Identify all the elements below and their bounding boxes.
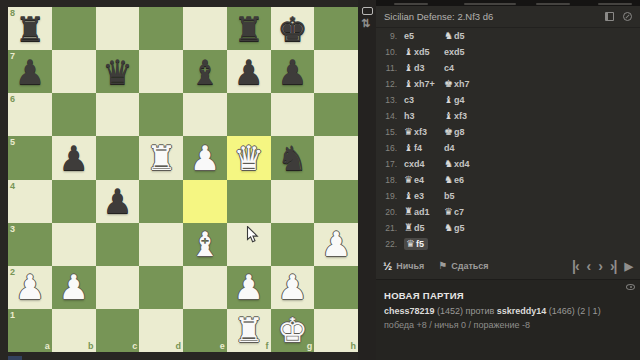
square-f5[interactable]: ♛ [227,136,271,179]
white-pawn-e5[interactable]: ♟ [190,141,220,175]
move-list[interactable]: 9.e5♞d510.♝xd5exd511.♝d3c412.♝xh7+♚xh713… [376,28,640,252]
white-move[interactable]: e5 [404,31,444,41]
tab-remnant [464,3,516,5]
resign-flag-icon[interactable]: ⚑ [438,261,447,271]
square-g2[interactable]: ♟ [271,266,315,309]
square-g4[interactable] [271,180,315,223]
black-rating: (1466) [546,306,577,316]
square-d1[interactable]: d [139,309,183,352]
file-label-c: c [132,342,137,351]
square-b3[interactable] [52,223,96,266]
black-pawn-c4[interactable]: ♟ [102,184,132,218]
square-e5[interactable]: ♟ [183,136,227,179]
square-h7[interactable] [314,50,358,93]
move-row: 11.♝d3c4 [376,60,640,76]
square-h2[interactable] [314,266,358,309]
move-number: 14. [383,111,397,121]
black-pawn-a7[interactable]: ♟ [15,55,45,89]
rank-label-5: 5 [10,138,15,147]
square-f6[interactable] [227,93,271,136]
black-move[interactable]: ♞xd4 [444,159,469,169]
square-e6[interactable] [183,93,227,136]
square-e1[interactable]: e [183,309,227,352]
figurine-knight-icon: ♞ [444,223,453,233]
square-g1[interactable]: g♚ [271,309,315,352]
black-move[interactable]: ♞d5 [444,31,464,41]
explorer-icon[interactable] [623,12,632,21]
square-b2[interactable]: ♟ [52,266,96,309]
black-move[interactable]: ♝g4 [444,95,464,105]
move-number: 15. [383,127,397,137]
square-e3[interactable]: ♝ [183,223,227,266]
rank-label-8: 8 [10,9,15,18]
white-move[interactable]: ♛e4 [404,175,444,185]
move-row: 20.♜ad1♛c7 [376,204,640,220]
white-move[interactable]: ♜ad1 [404,207,444,217]
move-row: 21.♜d5♞g5 [376,220,640,236]
square-g7[interactable]: ♟ [271,50,315,93]
play-button[interactable]: ▶ [625,261,633,272]
white-pawn-g2[interactable]: ♟ [277,270,307,304]
rank-label-7: 7 [10,52,15,61]
move-number: 19. [383,191,397,201]
game-controls-bar: ½ Ничья ⚑ Сдаться |‹‹››|▶ [376,252,640,280]
black-move[interactable]: ♚g8 [444,127,464,137]
figurine-queen-icon: ♛ [444,207,453,217]
square-g8[interactable]: ♚ [271,7,315,50]
square-b1[interactable]: b [52,309,96,352]
file-label-g: g [307,342,313,351]
black-move[interactable]: ♚xh7 [444,79,469,89]
black-rook-f8[interactable]: ♜ [233,12,263,46]
file-label-d: d [176,342,182,351]
moves-panel: Sicilian Defense: 2.Nf3 d6 9.e5♞d510.♝xd… [376,0,640,360]
move-row: 10.♝xd5exd5 [376,44,640,60]
white-move[interactable]: ♝f4 [404,143,444,153]
square-d2[interactable] [139,266,183,309]
square-a5[interactable]: 5 [8,136,52,179]
rank-label-1: 1 [10,311,15,320]
square-b6[interactable] [52,93,96,136]
figurine-king-icon: ♚ [444,127,453,137]
white-rook-f1[interactable]: ♜ [233,313,263,347]
white-move[interactable]: cxd4 [404,159,444,169]
go-start-button[interactable]: |‹ [572,259,579,273]
figurine-bishop-icon: ♝ [404,79,413,89]
tab-remnant [536,3,570,5]
move-number: 20. [383,207,397,217]
move-row: 13.c3♝g4 [376,92,640,108]
white-pawn-b2[interactable]: ♟ [58,270,88,304]
square-h6[interactable] [314,93,358,136]
black-bishop-e7[interactable]: ♝ [190,55,220,89]
square-d4[interactable] [139,180,183,223]
figurine-king-icon: ♚ [444,79,453,89]
black-move[interactable]: b5 [444,191,455,201]
figurine-queen-icon: ♛ [404,175,413,185]
black-king-g8[interactable]: ♚ [277,12,307,46]
white-pawn-h3[interactable]: ♟ [321,227,351,261]
forward-button[interactable]: › [598,259,602,273]
theater-mode-icon[interactable] [362,7,373,15]
square-e4[interactable] [183,180,227,223]
square-c1[interactable]: c [96,309,140,352]
move-row: 14.h3♝xf3 [376,108,640,124]
vs-label: против [466,306,495,316]
move-number: 13. [383,95,397,105]
move-row: 18.♛e4♞e6 [376,172,640,188]
white-move[interactable]: ♛f5 [404,238,444,250]
black-move[interactable]: c4 [444,63,454,73]
black-knight-g5[interactable]: ♞ [277,141,307,175]
square-h3[interactable]: ♟ [314,223,358,266]
new-game-panel: НОВАЯ ПАРТИЯ chess78219 (1452) против ss… [376,280,640,360]
square-a6[interactable]: 6 [8,93,52,136]
move-row: 15.♛xf3♚g8 [376,124,640,140]
square-e7[interactable]: ♝ [183,50,227,93]
white-rook-d5[interactable]: ♜ [146,141,176,175]
file-label-f: f [266,342,269,351]
figurine-knight-icon: ♞ [444,159,453,169]
square-b7[interactable] [52,50,96,93]
move-number: 16. [383,143,397,153]
white-move[interactable]: ♛xf3 [404,127,444,137]
white-move[interactable]: ♝xd5 [404,47,444,57]
file-label-h: h [351,342,357,351]
figurine-bishop-icon: ♝ [444,111,453,121]
square-c6[interactable] [96,93,140,136]
players-line: chess78219 (1452) против sskreddy14 (146… [384,306,632,316]
move-row: 19.♝e3b5 [376,188,640,204]
square-f8[interactable]: ♜ [227,7,271,50]
square-d7[interactable] [139,50,183,93]
white-king-g1[interactable]: ♚ [277,313,307,347]
white-rating: (1452) [435,306,466,316]
square-d8[interactable] [139,7,183,50]
square-g5[interactable]: ♞ [271,136,315,179]
black-pawn-b5[interactable]: ♟ [58,141,88,175]
white-move[interactable]: ♜d5 [404,223,444,233]
move-number: 12. [383,79,397,89]
square-c3[interactable] [96,223,140,266]
square-e2[interactable] [183,266,227,309]
move-number: 18. [383,175,397,185]
square-d5[interactable]: ♜ [139,136,183,179]
black-pawn-g7[interactable]: ♟ [277,55,307,89]
move-number: 9. [383,31,397,41]
black-move[interactable]: ♞e6 [444,175,464,185]
square-d6[interactable] [139,93,183,136]
rank-label-3: 3 [10,225,15,234]
bottom-left-remnant [8,356,22,360]
square-b4[interactable] [52,180,96,223]
black-queen-c7[interactable]: ♛ [102,55,132,89]
file-label-b: b [88,342,94,351]
square-f2[interactable]: ♟ [227,266,271,309]
square-c5[interactable] [96,136,140,179]
white-bishop-e3[interactable]: ♝ [190,227,220,261]
black-pawn-f7[interactable]: ♟ [233,55,263,89]
figurine-queen-icon: ♛ [406,239,415,249]
rank-label-6: 6 [10,95,15,104]
square-a4[interactable]: 4 [8,180,52,223]
figurine-knight-icon: ♞ [444,175,453,185]
square-h5[interactable] [314,136,358,179]
flip-board-icon[interactable]: ⇅ [361,17,370,30]
tab-remnant [598,3,632,5]
white-move[interactable]: ♝e3 [404,191,444,201]
black-rook-a8[interactable]: ♜ [15,12,45,46]
square-e8[interactable] [183,7,227,50]
figurine-bishop-icon: ♝ [404,143,413,153]
move-number: 10. [383,47,397,57]
white-move[interactable]: ♝d3 [404,63,444,73]
white-move[interactable]: h3 [404,111,444,121]
black-move[interactable]: ♝xf3 [444,111,467,121]
rank-label-2: 2 [10,268,15,277]
figurine-knight-icon: ♞ [444,31,453,41]
square-c7[interactable]: ♛ [96,50,140,93]
move-row: 22.♛f5 [376,236,640,252]
square-h4[interactable] [314,180,358,223]
white-pawn-f2[interactable]: ♟ [233,270,263,304]
square-b8[interactable] [52,7,96,50]
square-d3[interactable] [139,223,183,266]
figurine-bishop-icon: ♝ [404,63,413,73]
black-move[interactable]: ♛c7 [444,207,464,217]
move-row: 17.cxd4♞xd4 [376,156,640,172]
move-number: 17. [383,159,397,169]
square-c4[interactable]: ♟ [96,180,140,223]
move-number: 11. [383,63,397,73]
move-number: 22. [383,239,397,249]
white-player-name[interactable]: chess78219 [384,306,435,316]
square-a1[interactable]: 1a [8,309,52,352]
figurine-bishop-icon: ♝ [404,191,413,201]
square-c8[interactable] [96,7,140,50]
black-move[interactable]: d4 [444,143,455,153]
square-a2[interactable]: 2♟ [8,266,52,309]
go-end-button[interactable]: ›| [610,259,617,273]
square-f7[interactable]: ♟ [227,50,271,93]
white-pawn-a2[interactable]: ♟ [15,270,45,304]
draw-half-icon[interactable]: ½ [383,260,392,272]
tab-remnant [394,3,428,5]
back-button[interactable]: ‹ [587,259,591,273]
white-move[interactable]: c3 [404,95,444,105]
square-h8[interactable] [314,7,358,50]
file-label-a: a [45,342,50,351]
openings-book-icon[interactable] [605,12,614,21]
visibility-icon[interactable] [626,284,635,290]
figurine-bishop-icon: ♝ [404,47,413,57]
side-toolbar: ⇅ [358,0,376,360]
square-h1[interactable]: h [314,309,358,352]
figurine-rook-icon: ♜ [404,223,413,233]
square-g6[interactable] [271,93,315,136]
move-nav: |‹‹››|▶ [572,259,633,273]
figurine-queen-icon: ♛ [404,127,413,137]
square-a8[interactable]: 8♜ [8,7,52,50]
score-line: победа +8 / ничья 0 / поражение -8 [384,320,632,330]
opening-header: Sicilian Defense: 2.Nf3 d6 [376,6,640,28]
square-c2[interactable] [96,266,140,309]
rank-label-4: 4 [10,182,15,191]
square-a7[interactable]: 7♟ [8,50,52,93]
white-queen-f5[interactable]: ♛ [233,141,263,175]
black-move[interactable]: ♞g5 [444,223,464,233]
figurine-rook-icon: ♜ [404,207,413,217]
resign-button[interactable]: Сдаться [451,261,488,271]
board[interactable]: 8♜♜♚7♟♛♝♟♟65♟♜♟♛♞4♟3♝♟2♟♟♟♟1abcdef♜g♚h [8,7,358,352]
opening-name[interactable]: Sicilian Defense: 2.Nf3 d6 [384,11,493,22]
square-f1[interactable]: f♜ [227,309,271,352]
board-frame: 8♜♜♚7♟♛♝♟♟65♟♜♟♛♞4♟3♝♟2♟♟♟♟1abcdef♜g♚h [0,0,360,360]
file-label-e: e [220,342,225,351]
black-player-name[interactable]: sskreddy14 [494,306,546,316]
move-row: 12.♝xh7+♚xh7 [376,76,640,92]
square-a3[interactable]: 3 [8,223,52,266]
white-move[interactable]: ♝xh7+ [404,79,444,89]
square-g3[interactable] [271,223,315,266]
square-f4[interactable] [227,180,271,223]
draw-button[interactable]: Ничья [396,261,424,271]
move-row: 9.e5♞d5 [376,28,640,44]
mouse-cursor-icon [246,226,259,244]
square-b5[interactable]: ♟ [52,136,96,179]
move-row: 16.♝f4d4 [376,140,640,156]
move-number: 21. [383,223,397,233]
time-control: (2 | 1) [577,306,600,316]
black-move[interactable]: exd5 [444,47,465,57]
figurine-bishop-icon: ♝ [444,95,453,105]
new-game-title: НОВАЯ ПАРТИЯ [384,290,632,301]
